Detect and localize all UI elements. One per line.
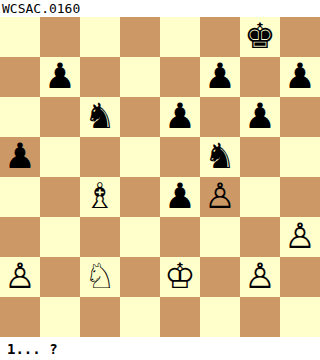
square-e7[interactable]: [160, 57, 200, 97]
square-g1[interactable]: [240, 297, 280, 337]
move-prompt: 1... ?: [7, 341, 58, 357]
square-g6[interactable]: ♟: [240, 97, 280, 137]
square-c3[interactable]: [80, 217, 120, 257]
black-knight-c6: ♞: [84, 97, 115, 136]
square-e5[interactable]: [160, 137, 200, 177]
square-a6[interactable]: [0, 97, 40, 137]
square-e2[interactable]: ♔: [160, 257, 200, 297]
square-f6[interactable]: [200, 97, 240, 137]
square-g4[interactable]: [240, 177, 280, 217]
square-a3[interactable]: [0, 217, 40, 257]
black-pawn-h7: ♟: [284, 57, 315, 96]
square-c2[interactable]: ♘: [80, 257, 120, 297]
black-pawn-a5: ♟: [4, 137, 35, 176]
square-d3[interactable]: [120, 217, 160, 257]
white-king-e2: ♔: [164, 257, 195, 296]
square-h5[interactable]: [280, 137, 320, 177]
white-knight-c2: ♘: [84, 257, 115, 296]
square-a7[interactable]: [0, 57, 40, 97]
square-e1[interactable]: [160, 297, 200, 337]
white-pawn-a2: ♙: [4, 257, 35, 296]
square-b3[interactable]: [40, 217, 80, 257]
white-pawn-g2: ♙: [244, 257, 275, 296]
square-d6[interactable]: [120, 97, 160, 137]
square-f1[interactable]: [200, 297, 240, 337]
square-a8[interactable]: [0, 17, 40, 57]
black-pawn-f7: ♟: [204, 57, 235, 96]
white-pawn-f4: ♙: [204, 177, 235, 216]
square-h8[interactable]: [280, 17, 320, 57]
square-f2[interactable]: [200, 257, 240, 297]
white-pawn-h3: ♙: [284, 217, 315, 256]
square-c6[interactable]: ♞: [80, 97, 120, 137]
square-g5[interactable]: [240, 137, 280, 177]
square-b5[interactable]: [40, 137, 80, 177]
square-f5[interactable]: ♞: [200, 137, 240, 177]
square-f7[interactable]: ♟: [200, 57, 240, 97]
square-b6[interactable]: [40, 97, 80, 137]
square-h1[interactable]: [280, 297, 320, 337]
puzzle-title: WCSAC.0160: [2, 1, 80, 16]
square-c5[interactable]: [80, 137, 120, 177]
white-bishop-c4: ♗: [84, 177, 115, 216]
square-a1[interactable]: [0, 297, 40, 337]
square-b1[interactable]: [40, 297, 80, 337]
square-b7[interactable]: ♟: [40, 57, 80, 97]
square-h4[interactable]: [280, 177, 320, 217]
black-pawn-g6: ♟: [244, 97, 275, 136]
square-g2[interactable]: ♙: [240, 257, 280, 297]
square-c8[interactable]: [80, 17, 120, 57]
move-prompt-bar: 1... ?: [0, 337, 320, 360]
black-king-g8: ♚: [244, 17, 275, 56]
square-f4[interactable]: ♙: [200, 177, 240, 217]
chess-puzzle-window: WCSAC.0160 ♚♟♟♟♞♟♟♟♞♗♟♙♙♙♘♔♙ 1... ?: [0, 0, 320, 360]
square-e4[interactable]: ♟: [160, 177, 200, 217]
square-b4[interactable]: [40, 177, 80, 217]
square-h3[interactable]: ♙: [280, 217, 320, 257]
chess-board: ♚♟♟♟♞♟♟♟♞♗♟♙♙♙♘♔♙: [0, 17, 320, 337]
square-a5[interactable]: ♟: [0, 137, 40, 177]
square-e8[interactable]: [160, 17, 200, 57]
square-d4[interactable]: [120, 177, 160, 217]
square-f8[interactable]: [200, 17, 240, 57]
square-f3[interactable]: [200, 217, 240, 257]
square-e3[interactable]: [160, 217, 200, 257]
square-c7[interactable]: [80, 57, 120, 97]
square-a2[interactable]: ♙: [0, 257, 40, 297]
square-d1[interactable]: [120, 297, 160, 337]
black-knight-f5: ♞: [204, 137, 235, 176]
black-pawn-e6: ♟: [164, 97, 195, 136]
square-e6[interactable]: ♟: [160, 97, 200, 137]
square-h7[interactable]: ♟: [280, 57, 320, 97]
black-pawn-e4: ♟: [164, 177, 195, 216]
title-bar: WCSAC.0160: [0, 0, 320, 17]
square-g3[interactable]: [240, 217, 280, 257]
square-d5[interactable]: [120, 137, 160, 177]
square-b8[interactable]: [40, 17, 80, 57]
square-h2[interactable]: [280, 257, 320, 297]
square-h6[interactable]: [280, 97, 320, 137]
square-d2[interactable]: [120, 257, 160, 297]
black-pawn-b7: ♟: [44, 57, 75, 96]
square-b2[interactable]: [40, 257, 80, 297]
square-g7[interactable]: [240, 57, 280, 97]
square-a4[interactable]: [0, 177, 40, 217]
square-c4[interactable]: ♗: [80, 177, 120, 217]
square-d8[interactable]: [120, 17, 160, 57]
square-c1[interactable]: [80, 297, 120, 337]
square-g8[interactable]: ♚: [240, 17, 280, 57]
square-d7[interactable]: [120, 57, 160, 97]
